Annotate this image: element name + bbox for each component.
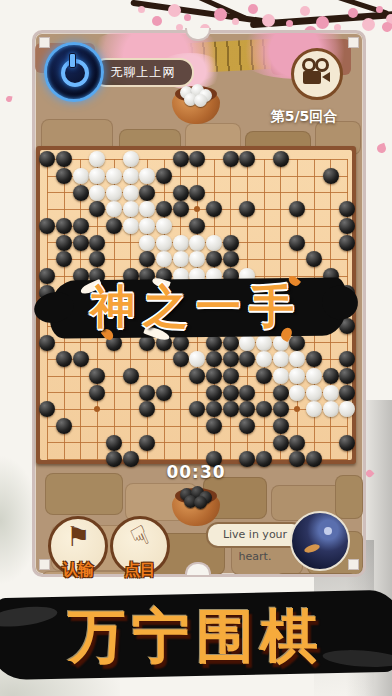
white-stone [123,168,139,184]
black-stone [323,368,339,384]
white-stone [106,185,122,201]
video-camera-icon [302,58,316,72]
black-stone [223,351,239,367]
white-stone [173,251,189,267]
white-stone [206,235,222,251]
blossom [184,14,191,21]
black-stone [139,185,155,201]
replay-camera-button[interactable] [291,48,343,100]
white-stone [189,235,205,251]
black-stone [273,401,289,417]
white-stone [89,185,105,201]
black-stone [106,218,122,234]
white-stone [123,201,139,217]
black-stone [223,401,239,417]
white-stone [173,235,189,251]
black-stone [273,385,289,401]
black-stone [139,385,155,401]
black-stone [289,235,305,251]
black-stone [223,251,239,267]
black-stone [339,368,355,384]
black-stone [156,168,172,184]
black-stone [173,351,189,367]
white-stone [323,401,339,417]
blossom [362,18,375,31]
black-stone [173,151,189,167]
black-stone [256,368,272,384]
blossom [316,16,329,29]
black-stone [206,418,222,434]
black-stone [123,368,139,384]
black-stone [173,185,189,201]
black-stone [289,435,305,451]
white-stone [106,168,122,184]
black-stones-bowl [172,484,220,528]
black-stone [339,385,355,401]
petal [376,143,388,155]
black-stone [273,151,289,167]
stone-patch [275,573,357,577]
blossom [262,14,275,27]
move-timer: 00:30 [146,462,246,482]
black-stone [56,418,72,434]
petal [6,96,13,103]
petal [365,469,375,479]
white-stone [194,94,207,107]
black-stone [273,435,289,451]
black-stone [56,168,72,184]
white-stones-bowl [172,82,220,126]
frame-corner [39,37,50,48]
power-icon-bar [69,53,76,68]
black-stone [223,151,239,167]
white-stone [123,151,139,167]
black-stone [173,201,189,217]
black-stone [156,385,172,401]
black-stone [339,435,355,451]
stone-patch [45,473,123,515]
black-stone [339,218,355,234]
white-stone [123,218,139,234]
black-stone [223,385,239,401]
resign-button[interactable]: ⚑ 认输 [48,516,108,576]
black-stone [223,235,239,251]
opponent-name-pill: 无聊上上网 [92,58,194,87]
power-button[interactable] [44,42,104,102]
white-stone [156,235,172,251]
blossom [376,6,383,13]
banner-calligraphy: 神之一手 [36,277,356,339]
blossom [214,8,227,21]
black-stone [139,435,155,451]
blossom [286,20,293,27]
black-stone [339,235,355,251]
white-stone [339,401,355,417]
black-stone [323,168,339,184]
blossom [168,4,181,17]
white-stone [156,218,172,234]
white-stone [323,385,339,401]
black-stone [89,235,105,251]
blossom [300,6,310,16]
video-camera-icon [322,72,330,82]
blossom [232,18,239,25]
white-stone [123,185,139,201]
white-stone [306,368,322,384]
white-stone [273,368,289,384]
black-stone [339,351,355,367]
black-stone [123,451,139,467]
petal [380,20,392,34]
black-stone [206,385,222,401]
black-stone [223,368,239,384]
count-points-label: 点目 [107,560,173,581]
video-camera-icon [303,71,321,84]
ad-thumbnail[interactable] [290,511,350,571]
frame-corner [348,559,359,570]
black-stone [194,496,207,509]
count-points-button[interactable]: ☟ 点目 [110,516,170,576]
blossom [152,16,162,26]
go-game-screen: { "game": "go (围棋), 19x19, mobile app ma… [0,0,392,696]
stone-patch [335,475,363,519]
frame-corner [348,37,359,48]
black-stone [106,435,122,451]
black-stone [56,235,72,251]
black-stone [339,201,355,217]
round-counter: 第5/5回合 [252,108,356,126]
white-stone [139,235,155,251]
ad-art-detail [324,527,332,535]
black-stone [239,385,255,401]
white-stone [289,385,305,401]
blossom [348,8,358,18]
frame-corner [39,559,50,570]
black-stone [73,218,89,234]
black-stone [73,185,89,201]
flag-icon: ⚑ [51,521,105,552]
resign-label: 认输 [45,560,111,581]
blossom [248,4,258,14]
white-stone [273,351,289,367]
black-stone [73,235,89,251]
white-stone [73,168,89,184]
ad-art-detail [303,543,320,555]
divine-move-banner: 神之一手 [36,277,356,339]
game-title-calligraphy: 万宁围棋 [0,588,392,684]
black-stone [206,368,222,384]
black-stone [189,185,205,201]
black-stone [89,385,105,401]
black-stone [73,351,89,367]
opponent-name: 无聊上上网 [111,65,176,79]
video-camera-icon [315,58,329,72]
black-stone [273,418,289,434]
blossom [138,6,145,13]
black-stone [56,218,72,234]
white-stone [306,385,322,401]
